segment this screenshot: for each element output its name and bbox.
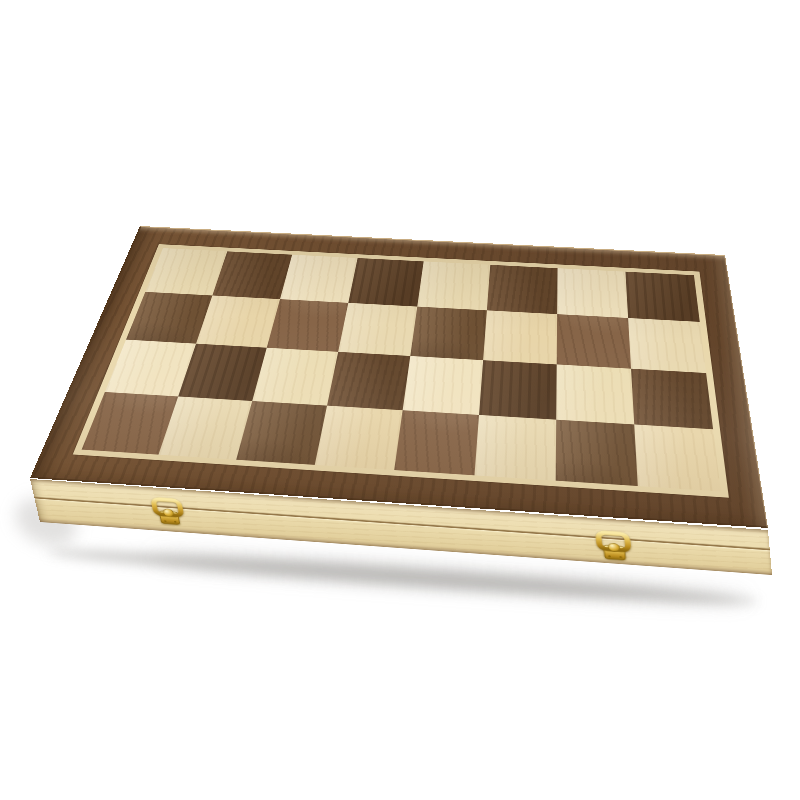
board-lid-top	[30, 226, 768, 528]
square-r4c8	[634, 424, 721, 491]
square-r1c6	[487, 265, 558, 314]
square-r2c4	[338, 303, 417, 356]
square-r2c2	[196, 295, 280, 347]
square-r2c7	[557, 314, 631, 369]
chess-box-photo	[0, 0, 800, 800]
square-r1c3	[280, 255, 358, 303]
square-r1c8	[625, 272, 699, 322]
square-r1c2	[212, 251, 292, 299]
square-r4c6	[474, 415, 556, 481]
checkerboard-grid	[82, 248, 721, 491]
square-r3c6	[479, 360, 557, 419]
square-r4c5	[394, 410, 479, 475]
square-r3c4	[327, 352, 410, 410]
brass-clasp-left	[137, 495, 199, 529]
square-r2c3	[267, 299, 349, 352]
square-r3c8	[631, 369, 713, 430]
square-r1c5	[417, 261, 490, 310]
square-r3c5	[403, 356, 483, 415]
square-r1c4	[348, 258, 423, 307]
square-r2c5	[410, 307, 487, 361]
square-r3c7	[556, 364, 634, 424]
brass-clasp-right	[580, 528, 647, 565]
square-r2c8	[628, 318, 706, 373]
walnut-border-with-maple-pinstripe	[73, 244, 729, 498]
square-r4c7	[556, 420, 638, 486]
square-r1c7	[557, 268, 628, 318]
square-r3c3	[252, 348, 338, 406]
square-r4c3	[236, 401, 327, 465]
square-r4c4	[315, 406, 403, 470]
square-r2c6	[483, 310, 557, 364]
